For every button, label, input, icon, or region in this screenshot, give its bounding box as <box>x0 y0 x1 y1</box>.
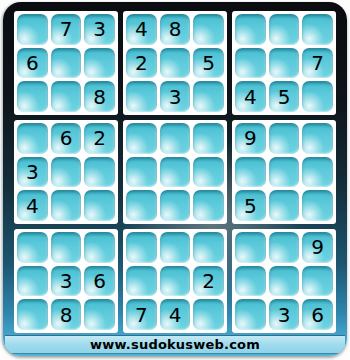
cell-r6c1[interactable]: 4 <box>17 190 48 221</box>
cell-r3c5[interactable]: 3 <box>160 81 191 112</box>
puzzle-frame: 736848253745623495368274936 www.sudokusw… <box>3 2 347 356</box>
cell-r3c8[interactable]: 5 <box>269 81 300 112</box>
footer-band: www.sudokusweb.com <box>5 335 345 353</box>
cell-r8c8[interactable] <box>269 266 300 297</box>
cell-r5c5[interactable] <box>160 157 191 188</box>
cell-r7c9[interactable]: 9 <box>302 232 333 263</box>
cell-r5c2[interactable] <box>51 157 82 188</box>
cell-r3c6[interactable] <box>193 81 224 112</box>
cell-r4c1[interactable] <box>17 123 48 154</box>
cell-r6c8[interactable] <box>269 190 300 221</box>
cell-r5c3[interactable] <box>84 157 115 188</box>
cell-r6c5[interactable] <box>160 190 191 221</box>
cell-r5c1[interactable]: 3 <box>17 157 48 188</box>
cell-r9c1[interactable] <box>17 299 48 330</box>
cell-r8c1[interactable] <box>17 266 48 297</box>
website-label: www.sudokusweb.com <box>90 337 260 352</box>
cell-r5c7[interactable] <box>235 157 266 188</box>
cell-r8c6[interactable]: 2 <box>193 266 224 297</box>
cell-r3c1[interactable] <box>17 81 48 112</box>
cell-r6c9[interactable] <box>302 190 333 221</box>
cell-r7c4[interactable] <box>126 232 157 263</box>
cell-r3c4[interactable] <box>126 81 157 112</box>
cell-r9c4[interactable]: 7 <box>126 299 157 330</box>
cell-r6c7[interactable]: 5 <box>235 190 266 221</box>
sudoku-page: 736848253745623495368274936 www.sudokusw… <box>0 0 350 360</box>
cell-r7c5[interactable] <box>160 232 191 263</box>
cell-r4c4[interactable] <box>126 123 157 154</box>
cell-r9c3[interactable] <box>84 299 115 330</box>
cell-r4c3[interactable]: 2 <box>84 123 115 154</box>
cell-r8c4[interactable] <box>126 266 157 297</box>
cell-r3c9[interactable] <box>302 81 333 112</box>
cell-r4c8[interactable] <box>269 123 300 154</box>
cell-r5c6[interactable] <box>193 157 224 188</box>
box-3-1: 368 <box>14 229 118 333</box>
cell-r2c7[interactable] <box>235 48 266 79</box>
cell-r6c3[interactable] <box>84 190 115 221</box>
cell-r1c6[interactable] <box>193 14 224 45</box>
cell-r1c7[interactable] <box>235 14 266 45</box>
box-1-2: 48253 <box>123 11 227 115</box>
box-3-2: 274 <box>123 229 227 333</box>
cell-r3c7[interactable]: 4 <box>235 81 266 112</box>
box-1-3: 745 <box>232 11 336 115</box>
box-1-1: 7368 <box>14 11 118 115</box>
cell-r8c3[interactable]: 6 <box>84 266 115 297</box>
box-2-2 <box>123 120 227 224</box>
cell-r1c4[interactable]: 4 <box>126 14 157 45</box>
cell-r8c7[interactable] <box>235 266 266 297</box>
sudoku-board: 736848253745623495368274936 <box>14 11 336 333</box>
cell-r9c9[interactable]: 6 <box>302 299 333 330</box>
cell-r1c8[interactable] <box>269 14 300 45</box>
cell-r5c4[interactable] <box>126 157 157 188</box>
cell-r9c8[interactable]: 3 <box>269 299 300 330</box>
cell-r2c5[interactable] <box>160 48 191 79</box>
box-2-1: 6234 <box>14 120 118 224</box>
cell-r9c2[interactable]: 8 <box>51 299 82 330</box>
cell-r4c9[interactable] <box>302 123 333 154</box>
cell-r4c6[interactable] <box>193 123 224 154</box>
cell-r1c3[interactable]: 3 <box>84 14 115 45</box>
cell-r5c8[interactable] <box>269 157 300 188</box>
cell-r2c9[interactable]: 7 <box>302 48 333 79</box>
cell-r7c2[interactable] <box>51 232 82 263</box>
cell-r3c3[interactable]: 8 <box>84 81 115 112</box>
cell-r6c4[interactable] <box>126 190 157 221</box>
cell-r1c2[interactable]: 7 <box>51 14 82 45</box>
cell-r9c5[interactable]: 4 <box>160 299 191 330</box>
cell-r4c7[interactable]: 9 <box>235 123 266 154</box>
cell-r2c8[interactable] <box>269 48 300 79</box>
cell-r2c1[interactable]: 6 <box>17 48 48 79</box>
cell-r8c2[interactable]: 3 <box>51 266 82 297</box>
cell-r7c8[interactable] <box>269 232 300 263</box>
cell-r2c2[interactable] <box>51 48 82 79</box>
cell-r7c1[interactable] <box>17 232 48 263</box>
cell-r8c5[interactable] <box>160 266 191 297</box>
cell-r7c7[interactable] <box>235 232 266 263</box>
cell-r2c3[interactable] <box>84 48 115 79</box>
box-3-3: 936 <box>232 229 336 333</box>
cell-r5c9[interactable] <box>302 157 333 188</box>
cell-r6c2[interactable] <box>51 190 82 221</box>
cell-r6c6[interactable] <box>193 190 224 221</box>
cell-r9c6[interactable] <box>193 299 224 330</box>
cell-r3c2[interactable] <box>51 81 82 112</box>
cell-r7c6[interactable] <box>193 232 224 263</box>
cell-r1c5[interactable]: 8 <box>160 14 191 45</box>
box-2-3: 95 <box>232 120 336 224</box>
cell-r1c9[interactable] <box>302 14 333 45</box>
cell-r9c7[interactable] <box>235 299 266 330</box>
cell-r1c1[interactable] <box>17 14 48 45</box>
cell-r4c2[interactable]: 6 <box>51 123 82 154</box>
cell-r8c9[interactable] <box>302 266 333 297</box>
cell-r2c6[interactable]: 5 <box>193 48 224 79</box>
cell-r4c5[interactable] <box>160 123 191 154</box>
cell-r7c3[interactable] <box>84 232 115 263</box>
cell-r2c4[interactable]: 2 <box>126 48 157 79</box>
